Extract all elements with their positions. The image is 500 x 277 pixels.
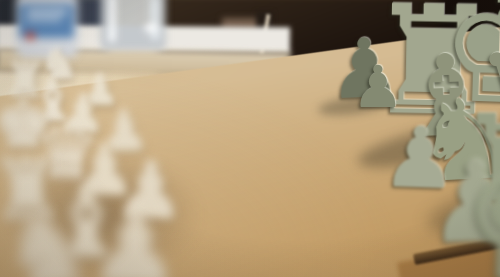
black-king-piece: ♚ [455,125,500,277]
chess-photo-scene: ♞♜♟♝♟♚♟♛♟♜♟♝♞♟ ♟♜♟♝♚♛♞♟♜♟♚ [0,0,500,277]
black-army: ♟♜♟♝♚♛♞♟♜♟♚ [0,0,500,277]
